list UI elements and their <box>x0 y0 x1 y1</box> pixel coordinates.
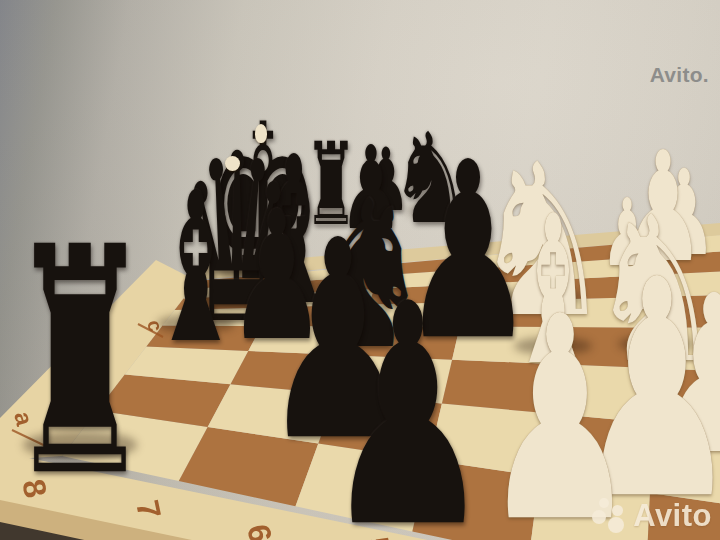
avito-logo-text: Avito <box>633 498 712 534</box>
piece-black-rook-a8: ♜ <box>80 206 361 519</box>
listing-photo: 8765ac ♟♞♜♟♟♟♟♚♝♞♛♟♝♟♞♞♝♟♟♜♟♟♟ Avito. Av… <box>0 0 720 540</box>
pieces-layer: ♟♞♜♟♟♟♟♚♝♞♛♟♝♟♞♞♝♟♟♜♟♟♟ <box>0 0 720 540</box>
avito-logo-icon <box>592 498 626 534</box>
avito-watermark-text: Avito. <box>650 63 709 87</box>
avito-watermark-logo: Avito <box>592 498 712 534</box>
